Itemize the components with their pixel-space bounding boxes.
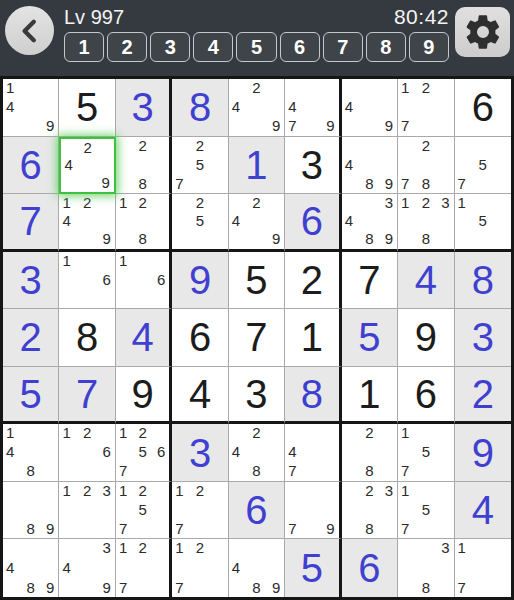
note-digit-2: 2 <box>134 539 152 558</box>
note-digit-1: 1 <box>59 194 77 212</box>
note-digit-2: 2 <box>360 482 378 501</box>
cell-r1c6[interactable]: 479 <box>285 79 341 137</box>
cell-r9c4[interactable]: 127 <box>172 539 228 597</box>
note-digit-1: 1 <box>455 194 474 212</box>
note-digit-2: 2 <box>78 194 96 212</box>
given-digit: 3 <box>229 367 284 422</box>
cell-r8c1[interactable]: 89 <box>3 482 59 540</box>
note-digit-9: 9 <box>40 578 58 597</box>
cell-r2c8[interactable]: 278 <box>398 137 454 195</box>
cell-r2c9[interactable]: 57 <box>455 137 511 195</box>
cell-r6c4[interactable]: 4 <box>172 367 228 425</box>
pencil-notes: 128 <box>116 194 169 249</box>
cell-r1c2[interactable]: 5 <box>59 79 115 137</box>
cell-r4c9[interactable]: 8 <box>455 252 511 310</box>
note-digit-8: 8 <box>247 462 265 481</box>
note-digit-4: 4 <box>229 559 247 578</box>
given-digit: 4 <box>172 367 227 422</box>
user-digit: 8 <box>172 79 227 136</box>
cell-r9c6[interactable]: 5 <box>285 539 341 597</box>
back-button[interactable] <box>5 6 54 55</box>
note-digit-4: 4 <box>285 98 303 117</box>
note-digit-2: 2 <box>191 482 209 501</box>
user-digit: 7 <box>59 367 114 422</box>
note-digit-9: 9 <box>266 578 284 597</box>
cell-r7c9[interactable]: 9 <box>455 424 511 482</box>
pencil-notes: 249 <box>229 79 284 136</box>
pencil-notes: 47 <box>285 424 338 481</box>
note-digit-8: 8 <box>134 174 152 193</box>
cell-r8c6[interactable]: 79 <box>285 482 341 540</box>
cell-r2c6[interactable]: 3 <box>285 137 341 195</box>
cell-r7c1[interactable]: 148 <box>3 424 59 482</box>
note-digit-3: 3 <box>435 539 453 558</box>
user-digit: 5 <box>3 367 58 422</box>
note-digit-3: 3 <box>435 194 453 212</box>
pencil-notes: 249 <box>61 139 113 193</box>
pencil-notes: 1238 <box>398 194 453 249</box>
note-digit-2: 2 <box>78 482 96 501</box>
note-digit-6: 6 <box>152 271 170 290</box>
note-digit-1: 1 <box>59 424 77 443</box>
pencil-notes: 126 <box>59 424 114 481</box>
note-digit-9: 9 <box>379 230 397 248</box>
user-digit: 7 <box>3 194 58 249</box>
note-digit-8: 8 <box>134 230 152 248</box>
note-digit-4: 4 <box>229 212 247 230</box>
note-digit-4: 4 <box>3 559 21 578</box>
note-digit-2: 2 <box>134 424 152 443</box>
cell-r1c4[interactable]: 8 <box>172 79 228 137</box>
number-button-2[interactable]: 2 <box>107 32 147 62</box>
note-digit-7: 7 <box>285 117 303 136</box>
number-button-8[interactable]: 8 <box>366 32 406 62</box>
note-digit-7: 7 <box>455 174 474 193</box>
pencil-notes: 257 <box>172 137 227 194</box>
note-digit-2: 2 <box>417 194 435 212</box>
cell-r8c3[interactable]: 1257 <box>116 482 172 540</box>
pencil-notes: 349 <box>59 539 114 597</box>
cell-r8c5[interactable]: 6 <box>229 482 285 540</box>
note-digit-2: 2 <box>417 137 435 156</box>
note-digit-5: 5 <box>417 501 435 520</box>
given-digit: 2 <box>285 252 338 309</box>
number-button-9[interactable]: 9 <box>409 32 449 62</box>
note-digit-7: 7 <box>398 462 416 481</box>
cell-r8c8[interactable]: 157 <box>398 482 454 540</box>
note-digit-8: 8 <box>21 462 39 481</box>
cell-r3c4[interactable]: 25 <box>172 194 228 252</box>
top-bar: Lv 997 80:42 123456789 <box>0 0 514 76</box>
cell-r8c2[interactable]: 123 <box>59 482 115 540</box>
note-digit-4: 4 <box>59 559 77 578</box>
note-digit-4: 4 <box>229 98 247 117</box>
given-digit: 9 <box>398 309 453 366</box>
number-button-3[interactable]: 3 <box>150 32 190 62</box>
note-digit-6: 6 <box>152 443 170 462</box>
note-digit-3: 3 <box>379 482 397 501</box>
note-digit-1: 1 <box>172 539 190 558</box>
pencil-notes: 127 <box>172 482 227 539</box>
cell-r5c2[interactable]: 8 <box>59 309 115 367</box>
given-digit: 5 <box>229 252 284 309</box>
cell-r6c5[interactable]: 3 <box>229 367 285 425</box>
pencil-notes: 15 <box>455 194 511 249</box>
gear-icon <box>463 12 503 52</box>
user-digit: 8 <box>285 367 338 422</box>
timer: 80:42 <box>394 5 449 29</box>
cell-r9c5[interactable]: 489 <box>229 539 285 597</box>
note-digit-1: 1 <box>3 424 21 443</box>
user-digit: 3 <box>116 79 169 136</box>
cell-r3c3[interactable]: 128 <box>116 194 172 252</box>
note-digit-1: 1 <box>116 424 134 443</box>
note-digit-1: 1 <box>398 194 416 212</box>
cell-r8c4[interactable]: 127 <box>172 482 228 540</box>
cell-r4c4[interactable]: 9 <box>172 252 228 310</box>
user-digit: 1 <box>229 137 284 194</box>
note-digit-4: 4 <box>285 443 303 462</box>
note-digit-1: 1 <box>455 539 474 558</box>
note-digit-3: 3 <box>379 194 397 212</box>
note-digit-2: 2 <box>191 194 209 212</box>
note-digit-2: 2 <box>191 137 209 156</box>
cell-r1c3[interactable]: 3 <box>116 79 172 137</box>
note-digit-7: 7 <box>172 174 190 193</box>
note-digit-4: 4 <box>342 98 360 117</box>
cell-r4c5[interactable]: 5 <box>229 252 285 310</box>
note-digit-1: 1 <box>398 79 416 98</box>
pencil-notes: 489 <box>229 539 284 597</box>
cell-r6c3[interactable]: 9 <box>116 367 172 425</box>
note-digit-1: 1 <box>116 539 134 558</box>
number-button-6[interactable]: 6 <box>280 32 320 62</box>
pencil-notes: 49 <box>342 79 397 136</box>
cell-r5c4[interactable]: 6 <box>172 309 228 367</box>
number-button-4[interactable]: 4 <box>193 32 233 62</box>
given-digit: 1 <box>342 367 397 422</box>
user-digit: 4 <box>116 309 169 366</box>
header-middle: Lv 997 80:42 123456789 <box>64 5 449 62</box>
pencil-notes: 127 <box>172 539 227 597</box>
note-digit-7: 7 <box>285 462 303 481</box>
note-digit-8: 8 <box>360 174 378 193</box>
user-digit: 3 <box>455 309 511 366</box>
note-digit-8: 8 <box>21 520 39 539</box>
pencil-notes: 57 <box>455 137 511 194</box>
pencil-notes: 25 <box>172 194 227 249</box>
note-digit-7: 7 <box>398 174 416 193</box>
cell-r3c9[interactable]: 15 <box>455 194 511 252</box>
note-digit-5: 5 <box>191 212 209 230</box>
pencil-notes: 28 <box>116 137 169 194</box>
cell-r2c4[interactable]: 257 <box>172 137 228 195</box>
pencil-notes: 278 <box>398 137 453 194</box>
user-digit: 3 <box>172 424 227 481</box>
cell-r2c1[interactable]: 6 <box>3 137 59 195</box>
pencil-notes: 479 <box>285 79 338 136</box>
note-digit-9: 9 <box>321 117 339 136</box>
cell-r9c1[interactable]: 489 <box>3 539 59 597</box>
cell-r7c3[interactable]: 12567 <box>116 424 172 482</box>
note-digit-8: 8 <box>417 230 435 248</box>
cell-r6c6[interactable]: 8 <box>285 367 341 425</box>
note-digit-8: 8 <box>21 578 39 597</box>
cell-r3c2[interactable]: 1249 <box>59 194 115 252</box>
note-digit-9: 9 <box>321 520 339 539</box>
pencil-notes: 249 <box>229 194 284 249</box>
note-digit-2: 2 <box>360 424 378 443</box>
note-digit-1: 1 <box>116 252 134 271</box>
pencil-notes: 38 <box>398 539 453 597</box>
pencil-notes: 149 <box>3 79 58 136</box>
pencil-notes: 1249 <box>59 194 114 249</box>
note-digit-2: 2 <box>247 424 265 443</box>
cell-r5c6[interactable]: 1 <box>285 309 341 367</box>
note-digit-2: 2 <box>134 482 152 501</box>
note-digit-5: 5 <box>417 443 435 462</box>
note-digit-5: 5 <box>473 212 492 230</box>
pencil-notes: 1257 <box>116 482 169 539</box>
cell-r5c5[interactable]: 7 <box>229 309 285 367</box>
cell-r8c9[interactable]: 4 <box>455 482 511 540</box>
cell-r7c4[interactable]: 3 <box>172 424 228 482</box>
note-digit-7: 7 <box>398 117 416 136</box>
note-digit-1: 1 <box>398 482 416 501</box>
given-digit: 8 <box>59 309 114 366</box>
pencil-notes: 157 <box>398 424 453 481</box>
pencil-notes: 123 <box>59 482 114 539</box>
cell-r4c3[interactable]: 16 <box>116 252 172 310</box>
note-digit-7: 7 <box>398 520 416 539</box>
note-digit-3: 3 <box>96 482 114 501</box>
note-digit-5: 5 <box>191 155 209 174</box>
user-digit: 8 <box>455 252 511 309</box>
cell-r9c8[interactable]: 38 <box>398 539 454 597</box>
user-digit: 6 <box>342 539 397 597</box>
note-digit-2: 2 <box>247 79 265 98</box>
cell-r9c2[interactable]: 349 <box>59 539 115 597</box>
given-digit: 5 <box>59 79 114 136</box>
note-digit-2: 2 <box>78 424 96 443</box>
note-digit-1: 1 <box>59 252 77 271</box>
note-digit-9: 9 <box>40 117 58 136</box>
note-digit-7: 7 <box>116 578 134 597</box>
given-digit: 7 <box>342 252 397 309</box>
note-digit-1: 1 <box>116 194 134 212</box>
pencil-notes: 248 <box>229 424 284 481</box>
note-digit-1: 1 <box>116 482 134 501</box>
pencil-notes: 238 <box>342 482 397 539</box>
note-digit-9: 9 <box>379 174 397 193</box>
cell-r6c2[interactable]: 7 <box>59 367 115 425</box>
cell-r2c2[interactable]: 249 <box>59 137 115 195</box>
note-digit-2: 2 <box>247 194 265 212</box>
cell-r1c7[interactable]: 49 <box>342 79 398 137</box>
given-digit: 6 <box>455 79 511 136</box>
user-digit: 4 <box>455 482 511 539</box>
note-digit-8: 8 <box>417 174 435 193</box>
user-digit: 3 <box>3 252 58 309</box>
pencil-notes: 489 <box>3 539 58 597</box>
note-digit-1: 1 <box>398 424 416 443</box>
cell-r9c9[interactable]: 17 <box>455 539 511 597</box>
user-digit: 9 <box>172 252 227 309</box>
number-button-row: 123456789 <box>64 32 449 62</box>
pencil-notes: 28 <box>342 424 397 481</box>
given-digit: 7 <box>229 309 284 366</box>
cell-r7c2[interactable]: 126 <box>59 424 115 482</box>
cell-r1c1[interactable]: 149 <box>3 79 59 137</box>
note-digit-8: 8 <box>247 578 265 597</box>
note-digit-7: 7 <box>116 462 134 481</box>
cell-r3c7[interactable]: 3489 <box>342 194 398 252</box>
cell-r7c6[interactable]: 47 <box>285 424 341 482</box>
cell-r3c1[interactable]: 7 <box>3 194 59 252</box>
cell-r5c7[interactable]: 5 <box>342 309 398 367</box>
note-digit-9: 9 <box>266 230 284 248</box>
cell-r8c7[interactable]: 238 <box>342 482 398 540</box>
pencil-notes: 489 <box>342 137 397 194</box>
number-button-1[interactable]: 1 <box>64 32 104 62</box>
note-digit-3: 3 <box>96 539 114 558</box>
user-digit: 6 <box>229 482 284 539</box>
pencil-notes: 16 <box>59 252 114 309</box>
note-digit-8: 8 <box>360 462 378 481</box>
cell-r1c8[interactable]: 127 <box>398 79 454 137</box>
cell-r2c7[interactable]: 489 <box>342 137 398 195</box>
note-digit-2: 2 <box>79 139 96 157</box>
user-digit: 2 <box>3 309 58 366</box>
sudoku-board: 1495382494794912766249282571348927857712… <box>0 76 514 600</box>
note-digit-2: 2 <box>134 194 152 212</box>
user-digit: 5 <box>285 539 338 597</box>
given-digit: 9 <box>116 367 169 422</box>
note-digit-6: 6 <box>96 443 114 462</box>
cell-r6c9[interactable]: 2 <box>455 367 511 425</box>
cell-r5c3[interactable]: 4 <box>116 309 172 367</box>
cell-r2c5[interactable]: 1 <box>229 137 285 195</box>
cell-r4c7[interactable]: 7 <box>342 252 398 310</box>
cell-r3c8[interactable]: 1238 <box>398 194 454 252</box>
note-digit-7: 7 <box>285 520 303 539</box>
note-digit-9: 9 <box>266 117 284 136</box>
note-digit-1: 1 <box>172 482 190 501</box>
pencil-notes: 89 <box>3 482 58 539</box>
pencil-notes: 12567 <box>116 424 169 481</box>
cell-r9c7[interactable]: 6 <box>342 539 398 597</box>
user-digit: 6 <box>3 137 58 194</box>
note-digit-4: 4 <box>342 155 360 174</box>
cell-r6c1[interactable]: 5 <box>3 367 59 425</box>
given-digit: 6 <box>172 309 227 366</box>
pencil-notes: 17 <box>455 539 511 597</box>
note-digit-5: 5 <box>473 155 492 174</box>
note-digit-1: 1 <box>3 79 21 98</box>
cell-r5c9[interactable]: 3 <box>455 309 511 367</box>
user-digit: 6 <box>285 194 338 249</box>
note-digit-7: 7 <box>172 520 190 539</box>
pencil-notes: 157 <box>398 482 453 539</box>
back-chevron-icon <box>17 18 43 44</box>
note-digit-7: 7 <box>172 578 190 597</box>
note-digit-4: 4 <box>3 98 21 117</box>
number-button-5[interactable]: 5 <box>236 32 276 62</box>
cell-r5c1[interactable]: 2 <box>3 309 59 367</box>
user-digit: 9 <box>455 424 511 481</box>
user-digit: 2 <box>455 367 511 422</box>
note-digit-4: 4 <box>342 212 360 230</box>
note-digit-9: 9 <box>379 117 397 136</box>
cell-r4c1[interactable]: 3 <box>3 252 59 310</box>
note-digit-2: 2 <box>191 539 209 558</box>
cell-r2c3[interactable]: 28 <box>116 137 172 195</box>
cell-r4c8[interactable]: 4 <box>398 252 454 310</box>
given-digit: 3 <box>285 137 338 194</box>
note-digit-7: 7 <box>116 520 134 539</box>
note-digit-9: 9 <box>40 520 58 539</box>
note-digit-9: 9 <box>96 174 113 192</box>
level-label: Lv 997 <box>64 6 124 29</box>
cell-r4c6[interactable]: 2 <box>285 252 341 310</box>
note-digit-5: 5 <box>134 501 152 520</box>
cell-r3c6[interactable]: 6 <box>285 194 341 252</box>
note-digit-7: 7 <box>455 578 474 597</box>
note-digit-4: 4 <box>59 212 77 230</box>
note-digit-4: 4 <box>3 443 21 462</box>
cell-r6c8[interactable]: 6 <box>398 367 454 425</box>
user-digit: 5 <box>342 309 397 366</box>
pencil-notes: 127 <box>398 79 453 136</box>
note-digit-2: 2 <box>134 137 152 156</box>
cell-r4c2[interactable]: 16 <box>59 252 115 310</box>
note-digit-9: 9 <box>96 230 114 248</box>
pencil-notes: 79 <box>285 482 338 539</box>
cell-r6c7[interactable]: 1 <box>342 367 398 425</box>
note-digit-1: 1 <box>59 482 77 501</box>
note-digit-8: 8 <box>360 520 378 539</box>
cell-r7c7[interactable]: 28 <box>342 424 398 482</box>
cell-r1c9[interactable]: 6 <box>455 79 511 137</box>
cell-r5c8[interactable]: 9 <box>398 309 454 367</box>
pencil-notes: 127 <box>116 539 169 597</box>
cell-r7c8[interactable]: 157 <box>398 424 454 482</box>
pencil-notes: 3489 <box>342 194 397 249</box>
note-digit-2: 2 <box>417 79 435 98</box>
note-digit-4: 4 <box>61 156 78 174</box>
settings-button[interactable] <box>455 7 510 57</box>
cell-r1c5[interactable]: 249 <box>229 79 285 137</box>
user-digit: 4 <box>398 252 453 309</box>
pencil-notes: 148 <box>3 424 58 481</box>
given-digit: 1 <box>285 309 338 366</box>
number-button-7[interactable]: 7 <box>323 32 363 62</box>
note-digit-8: 8 <box>417 578 435 597</box>
given-digit: 6 <box>398 367 453 422</box>
cell-r9c3[interactable]: 127 <box>116 539 172 597</box>
note-digit-5: 5 <box>134 443 152 462</box>
note-digit-4: 4 <box>229 443 247 462</box>
note-digit-9: 9 <box>96 578 114 597</box>
cell-r7c5[interactable]: 248 <box>229 424 285 482</box>
note-digit-6: 6 <box>96 271 114 290</box>
cell-r3c5[interactable]: 249 <box>229 194 285 252</box>
note-digit-8: 8 <box>360 230 378 248</box>
pencil-notes: 16 <box>116 252 169 309</box>
